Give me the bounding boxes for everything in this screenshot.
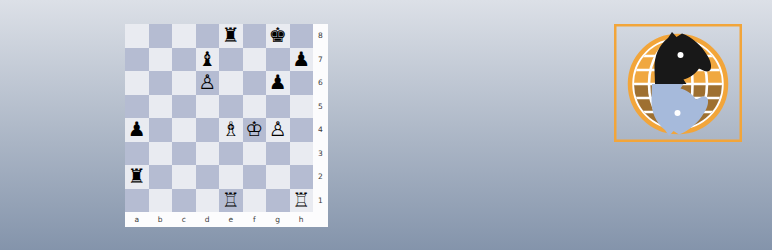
rank-label-8: 8 [313, 24, 328, 48]
square-e4: ♗ [219, 118, 243, 142]
square-c7 [172, 48, 196, 72]
black-bishop: ♝ [198, 48, 216, 72]
square-g4: ♙ [266, 118, 290, 142]
square-g2 [266, 165, 290, 189]
square-f5 [243, 95, 267, 119]
square-e5 [219, 95, 243, 119]
square-b3 [149, 142, 173, 166]
square-f2 [243, 165, 267, 189]
square-a1 [125, 189, 149, 213]
square-a4: ♟ [125, 118, 149, 142]
black-king: ♚ [269, 24, 287, 48]
file-label-h: h [290, 212, 314, 227]
square-b6 [149, 71, 173, 95]
square-a6 [125, 71, 149, 95]
square-e1: ♖ [219, 189, 243, 213]
black-rook: ♜ [222, 24, 240, 48]
square-d3 [196, 142, 220, 166]
black-rook: ♜ [128, 165, 146, 189]
square-b8 [149, 24, 173, 48]
square-c3 [172, 142, 196, 166]
square-a8 [125, 24, 149, 48]
square-e7 [219, 48, 243, 72]
file-label-f: f [243, 212, 267, 227]
square-e3 [219, 142, 243, 166]
square-c6 [172, 71, 196, 95]
file-labels: abcdefgh [125, 212, 313, 227]
square-a5 [125, 95, 149, 119]
white-pawn: ♙ [198, 71, 216, 95]
square-c5 [172, 95, 196, 119]
black-pawn: ♟ [128, 118, 146, 142]
rank-labels: 87654321 [313, 24, 328, 212]
square-a7 [125, 48, 149, 72]
white-bishop: ♗ [222, 118, 240, 142]
square-b1 [149, 189, 173, 213]
square-d5 [196, 95, 220, 119]
rank-label-4: 4 [313, 118, 328, 142]
square-g3 [266, 142, 290, 166]
square-d1 [196, 189, 220, 213]
square-g7 [266, 48, 290, 72]
file-label-e: e [219, 212, 243, 227]
square-c1 [172, 189, 196, 213]
chess-board: ♜♚♝♟♙♟♟♗♔♙♜♖♖ [125, 24, 313, 212]
square-e2 [219, 165, 243, 189]
square-h1: ♖ [290, 189, 314, 213]
square-f7 [243, 48, 267, 72]
rank-label-2: 2 [313, 165, 328, 189]
file-label-d: d [196, 212, 220, 227]
white-rook: ♖ [222, 189, 240, 213]
square-f3 [243, 142, 267, 166]
plugin-banner: ♜♚♝♟♙♟♟♗♔♙♜♖♖ 87654321 abcdefgh [0, 0, 772, 250]
rank-label-6: 6 [313, 71, 328, 95]
file-label-a: a [125, 212, 149, 227]
rank-label-5: 5 [313, 95, 328, 119]
square-d2 [196, 165, 220, 189]
square-f1 [243, 189, 267, 213]
square-c4 [172, 118, 196, 142]
square-a2: ♜ [125, 165, 149, 189]
black-pawn: ♟ [269, 71, 287, 95]
square-h8 [290, 24, 314, 48]
knight-reflection-eye [675, 110, 681, 116]
square-h3 [290, 142, 314, 166]
square-b7 [149, 48, 173, 72]
square-h6 [290, 71, 314, 95]
square-d8 [196, 24, 220, 48]
black-pawn: ♟ [292, 48, 310, 72]
square-h7: ♟ [290, 48, 314, 72]
file-label-b: b [149, 212, 173, 227]
square-c8 [172, 24, 196, 48]
globe-logo-graphic [614, 24, 742, 142]
square-b5 [149, 95, 173, 119]
square-g5 [266, 95, 290, 119]
file-label-g: g [266, 212, 290, 227]
square-g8: ♚ [266, 24, 290, 48]
file-label-c: c [172, 212, 196, 227]
square-c2 [172, 165, 196, 189]
square-e8: ♜ [219, 24, 243, 48]
rank-label-1: 1 [313, 189, 328, 213]
white-king: ♔ [245, 118, 263, 142]
square-d7: ♝ [196, 48, 220, 72]
square-b4 [149, 118, 173, 142]
square-d4 [196, 118, 220, 142]
square-g6: ♟ [266, 71, 290, 95]
white-rook: ♖ [292, 189, 310, 213]
rank-label-7: 7 [313, 48, 328, 72]
square-d6: ♙ [196, 71, 220, 95]
square-e6 [219, 71, 243, 95]
square-g1 [266, 189, 290, 213]
chess-diagram: ♜♚♝♟♙♟♟♗♔♙♜♖♖ 87654321 abcdefgh [125, 24, 328, 227]
square-b2 [149, 165, 173, 189]
rank-label-3: 3 [313, 142, 328, 166]
square-h5 [290, 95, 314, 119]
iccf-logo [614, 24, 742, 142]
square-f6 [243, 71, 267, 95]
square-a3 [125, 142, 149, 166]
white-pawn: ♙ [269, 118, 287, 142]
knight-eye [678, 52, 684, 58]
square-f8 [243, 24, 267, 48]
square-f4: ♔ [243, 118, 267, 142]
square-h4 [290, 118, 314, 142]
square-h2 [290, 165, 314, 189]
